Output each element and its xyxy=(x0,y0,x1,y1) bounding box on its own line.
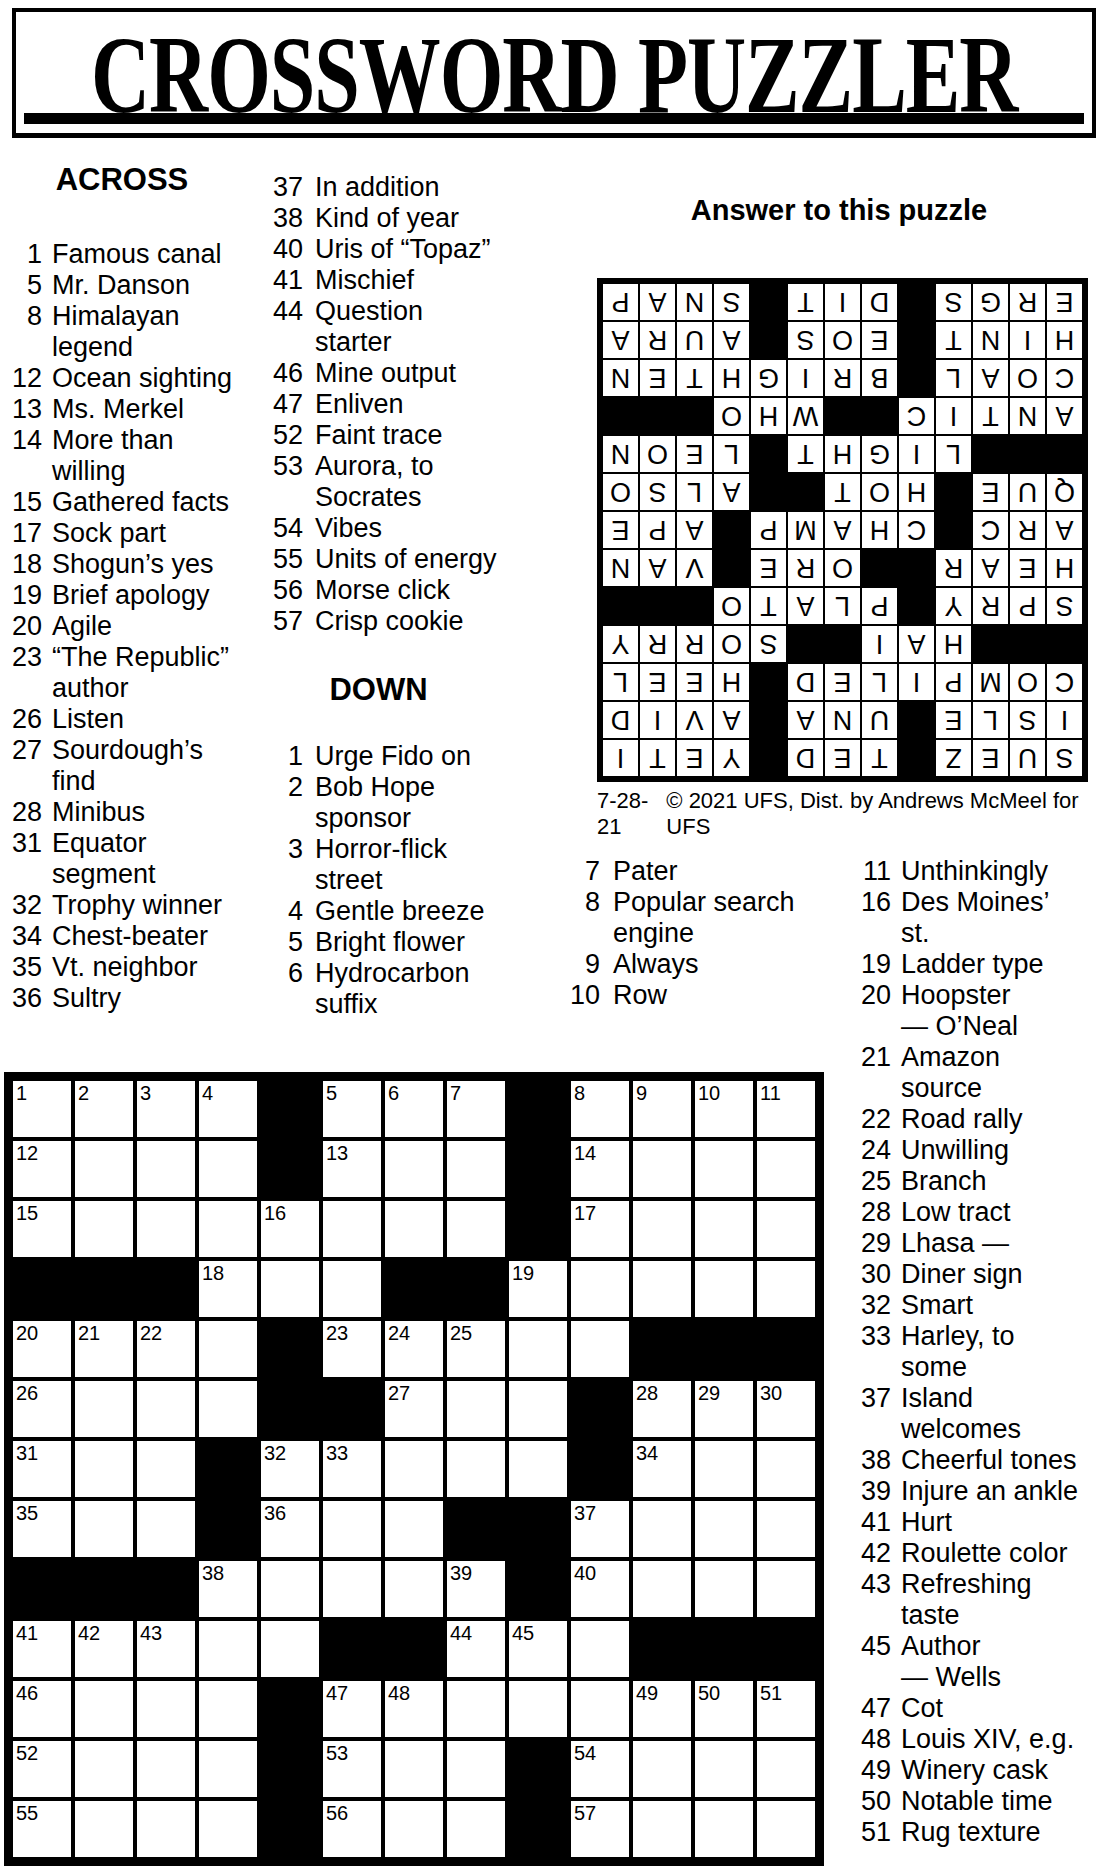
puzzle-cell-r12c11[interactable] xyxy=(631,1739,693,1799)
puzzle-cell-r10c10[interactable] xyxy=(569,1619,631,1679)
puzzle-cell-r13c2[interactable] xyxy=(73,1799,135,1859)
puzzle-cell-r1c11[interactable]: 9 xyxy=(631,1079,693,1139)
puzzle-black-cell-r1c9 xyxy=(507,1079,569,1139)
puzzle-cell-r8c12[interactable] xyxy=(693,1499,755,1559)
puzzle-cell-r4c6[interactable] xyxy=(321,1259,383,1319)
answer-cell-r2c8: A xyxy=(787,701,824,739)
clue-text: Smart xyxy=(901,1290,1103,1321)
puzzle-cell-r11c4[interactable] xyxy=(197,1679,259,1739)
clue-number: 27 xyxy=(2,735,52,766)
answer-cell-r3c13: L xyxy=(602,663,639,701)
cell-number-35: 35 xyxy=(16,1501,38,1525)
puzzle-cell-r7c3[interactable] xyxy=(135,1439,197,1499)
puzzle-cell-r5c2[interactable]: 21 xyxy=(73,1319,135,1379)
clue-item: 20Hoopster — O’Neal xyxy=(845,980,1103,1042)
puzzle-cell-r8c7[interactable] xyxy=(383,1499,445,1559)
puzzle-cell-r9c4[interactable]: 38 xyxy=(197,1559,259,1619)
puzzle-cell-r12c2[interactable] xyxy=(73,1739,135,1799)
clue-number: 20 xyxy=(845,980,901,1011)
answer-cell-r1c6: T xyxy=(861,739,898,777)
puzzle-cell-r2c1[interactable]: 12 xyxy=(11,1139,73,1199)
answer-cell-r10c8: W xyxy=(787,397,824,435)
puzzle-cell-r8c5[interactable]: 36 xyxy=(259,1499,321,1559)
answer-cell-r12c13: A xyxy=(602,321,639,359)
answer-cell-r4c6: I xyxy=(861,625,898,663)
clue-number: 54 xyxy=(247,513,315,544)
cell-number-44: 44 xyxy=(450,1621,472,1645)
puzzle-cell-r3c1[interactable]: 15 xyxy=(11,1199,73,1259)
clue-number: 32 xyxy=(2,890,52,921)
clue-item: 28Minibus xyxy=(2,797,242,828)
answer-cell-r11c10: H xyxy=(713,359,750,397)
puzzle-cell-r10c4[interactable] xyxy=(197,1619,259,1679)
clue-item: 16Des Moines’ st. xyxy=(845,887,1103,949)
puzzle-cell-r8c10[interactable]: 37 xyxy=(569,1499,631,1559)
puzzle-cell-r3c13[interactable] xyxy=(755,1199,817,1259)
puzzle-cell-r4c11[interactable] xyxy=(631,1259,693,1319)
answer-cell-r13c4: S xyxy=(935,283,972,321)
puzzle-cell-r4c5[interactable] xyxy=(259,1259,321,1319)
masthead-banner: CROSSWORD PUZZLER xyxy=(12,8,1096,138)
clue-item: 57Crisp cookie xyxy=(247,606,510,637)
clue-number: 39 xyxy=(845,1476,901,1507)
answer-black-cell-r3c9 xyxy=(750,663,787,701)
answer-cell-r8c12: S xyxy=(639,473,676,511)
answer-cell-r13c2: R xyxy=(1009,283,1046,321)
puzzle-cell-r2c12[interactable] xyxy=(693,1139,755,1199)
puzzle-black-cell-r2c9 xyxy=(507,1139,569,1199)
puzzle-cell-r1c10[interactable]: 8 xyxy=(569,1079,631,1139)
clue-item: 54Vibes xyxy=(247,513,510,544)
clue-text: Des Moines’ st. xyxy=(901,887,1103,949)
clue-item: 14More than willing xyxy=(2,425,242,487)
puzzle-cell-r6c12[interactable]: 29 xyxy=(693,1379,755,1439)
answer-cell-r11c3: A xyxy=(972,359,1009,397)
clue-text: Bob Hope sponsor xyxy=(315,772,510,834)
puzzle-cell-r12c1[interactable]: 52 xyxy=(11,1739,73,1799)
answer-black-cell-r1c5 xyxy=(898,739,935,777)
answer-cell-r3c8: D xyxy=(787,663,824,701)
answer-black-cell-r13c5 xyxy=(898,283,935,321)
puzzle-cell-r9c10[interactable]: 40 xyxy=(569,1559,631,1619)
puzzle-cell-r3c4[interactable] xyxy=(197,1199,259,1259)
clue-item: 12Ocean sighting xyxy=(2,363,242,394)
puzzle-cell-r9c8[interactable]: 39 xyxy=(445,1559,507,1619)
clue-text: “The Republic” author xyxy=(52,642,242,704)
clue-item: 25Branch xyxy=(845,1166,1103,1197)
puzzle-cell-r9c11[interactable] xyxy=(631,1559,693,1619)
answer-cell-r8c7: T xyxy=(824,473,861,511)
puzzle-cell-r4c4[interactable]: 18 xyxy=(197,1259,259,1319)
puzzle-cell-r2c3[interactable] xyxy=(135,1139,197,1199)
puzzle-cell-r13c10[interactable]: 57 xyxy=(569,1799,631,1859)
puzzle-cell-r1c6[interactable]: 5 xyxy=(321,1079,383,1139)
answer-cell-r1c7: E xyxy=(824,739,861,777)
puzzle-cell-r11c8[interactable] xyxy=(445,1679,507,1739)
cell-number-24: 24 xyxy=(388,1321,410,1345)
cell-number-40: 40 xyxy=(574,1561,596,1585)
puzzle-black-cell-r5c12 xyxy=(693,1319,755,1379)
puzzle-cell-r6c8[interactable] xyxy=(445,1379,507,1439)
puzzle-black-cell-r9c9 xyxy=(507,1559,569,1619)
answer-cell-r9c8: T xyxy=(787,435,824,473)
puzzle-cell-r6c3[interactable] xyxy=(135,1379,197,1439)
clue-text: Vibes xyxy=(315,513,510,544)
puzzle-black-cell-r5c5 xyxy=(259,1319,321,1379)
answer-cell-r7c5: C xyxy=(898,511,935,549)
puzzle-cell-r11c12[interactable]: 50 xyxy=(693,1679,755,1739)
answer-cell-r1c12: T xyxy=(639,739,676,777)
puzzle-cell-r11c3[interactable] xyxy=(135,1679,197,1739)
clue-number: 35 xyxy=(2,952,52,983)
puzzle-cell-r12c12[interactable] xyxy=(693,1739,755,1799)
puzzle-cell-r2c11[interactable] xyxy=(631,1139,693,1199)
cell-number-4: 4 xyxy=(202,1081,213,1105)
puzzle-cell-r2c10[interactable]: 14 xyxy=(569,1139,631,1199)
puzzle-cell-r2c8[interactable] xyxy=(445,1139,507,1199)
puzzle-cell-r6c2[interactable] xyxy=(73,1379,135,1439)
puzzle-cell-r10c3[interactable]: 43 xyxy=(135,1619,197,1679)
clue-number: 30 xyxy=(845,1259,901,1290)
clue-number: 44 xyxy=(247,296,315,327)
clue-text: Mine output xyxy=(315,358,510,389)
puzzle-cell-r11c10[interactable] xyxy=(569,1679,631,1739)
puzzle-cell-r7c5[interactable]: 32 xyxy=(259,1439,321,1499)
clue-number: 50 xyxy=(845,1786,901,1817)
puzzle-cell-r6c1[interactable]: 26 xyxy=(11,1379,73,1439)
clue-item: 35Vt. neighbor xyxy=(2,952,242,983)
cell-number-26: 26 xyxy=(16,1381,38,1405)
cell-number-50: 50 xyxy=(698,1681,720,1705)
answer-cell-r6c4: R xyxy=(935,549,972,587)
answer-cell-r8c2: U xyxy=(1009,473,1046,511)
puzzle-cell-r9c12[interactable] xyxy=(693,1559,755,1619)
puzzle-cell-r5c1[interactable]: 20 xyxy=(11,1319,73,1379)
cell-number-41: 41 xyxy=(16,1621,38,1645)
clue-number: 40 xyxy=(247,234,315,265)
cell-number-12: 12 xyxy=(16,1141,38,1165)
clue-number: 9 xyxy=(548,949,613,980)
puzzle-cell-r8c13[interactable] xyxy=(755,1499,817,1559)
puzzle-cell-r10c8[interactable]: 44 xyxy=(445,1619,507,1679)
puzzle-cell-r3c6[interactable] xyxy=(321,1199,383,1259)
answer-cell-r9c6: G xyxy=(861,435,898,473)
puzzle-cell-r7c13[interactable] xyxy=(755,1439,817,1499)
puzzle-cell-r5c4[interactable] xyxy=(197,1319,259,1379)
clue-item: 28Low tract xyxy=(845,1197,1103,1228)
puzzle-cell-r4c12[interactable] xyxy=(693,1259,755,1319)
puzzle-cell-r11c13[interactable]: 51 xyxy=(755,1679,817,1739)
clue-number: 17 xyxy=(2,518,52,549)
puzzle-cell-r3c10[interactable]: 17 xyxy=(569,1199,631,1259)
puzzle-cell-r7c2[interactable] xyxy=(73,1439,135,1499)
puzzle-cell-r8c6[interactable] xyxy=(321,1499,383,1559)
clue-number: 5 xyxy=(2,270,52,301)
puzzle-cell-r9c13[interactable] xyxy=(755,1559,817,1619)
puzzle-cell-r5c9[interactable] xyxy=(507,1319,569,1379)
clue-text: Ocean sighting xyxy=(52,363,242,394)
puzzle-cell-r5c3[interactable]: 22 xyxy=(135,1319,197,1379)
puzzle-cell-r1c3[interactable]: 3 xyxy=(135,1079,197,1139)
puzzle-cell-r7c7[interactable] xyxy=(383,1439,445,1499)
answer-black-cell-r10c12 xyxy=(639,397,676,435)
puzzle-black-cell-r8c4 xyxy=(197,1499,259,1559)
clue-number: 32 xyxy=(845,1290,901,1321)
puzzle-cell-r7c12[interactable] xyxy=(693,1439,755,1499)
answer-cell-r10c10: O xyxy=(713,397,750,435)
clue-number: 41 xyxy=(845,1507,901,1538)
clue-item: 10Row xyxy=(548,980,838,1011)
puzzle-cell-r3c3[interactable] xyxy=(135,1199,197,1259)
puzzle-black-cell-r10c6 xyxy=(321,1619,383,1679)
puzzle-cell-r5c7[interactable]: 24 xyxy=(383,1319,445,1379)
answer-black-cell-r5c11 xyxy=(676,587,713,625)
answer-black-cell-r4c3 xyxy=(972,625,1009,663)
clue-item: 23“The Republic” author xyxy=(2,642,242,704)
puzzle-cell-r6c4[interactable] xyxy=(197,1379,259,1439)
clue-number: 28 xyxy=(2,797,52,828)
puzzle-cell-r1c1[interactable]: 1 xyxy=(11,1079,73,1139)
puzzle-cell-r2c2[interactable] xyxy=(73,1139,135,1199)
answer-cell-r8c5: H xyxy=(898,473,935,511)
clue-number: 23 xyxy=(2,642,52,673)
clue-item: 52Faint trace xyxy=(247,420,510,451)
clue-text: Shogun’s yes xyxy=(52,549,242,580)
answer-black-cell-r9c1 xyxy=(1046,435,1083,473)
puzzle-cell-r12c3[interactable] xyxy=(135,1739,197,1799)
puzzle-cell-r4c13[interactable] xyxy=(755,1259,817,1319)
clue-item: 31Equator segment xyxy=(2,828,242,890)
answer-black-cell-r1c9 xyxy=(750,739,787,777)
clue-text: Sultry xyxy=(52,983,242,1014)
answer-cell-r4c5: A xyxy=(898,625,935,663)
answer-cell-r3c1: C xyxy=(1046,663,1083,701)
puzzle-cell-r13c7[interactable] xyxy=(383,1799,445,1859)
puzzle-cell-r13c6[interactable]: 56 xyxy=(321,1799,383,1859)
clue-text: Himalayan legend xyxy=(52,301,242,363)
answer-cell-r13c7: I xyxy=(824,283,861,321)
answer-cell-r6c11: V xyxy=(676,549,713,587)
puzzle-cell-r3c11[interactable] xyxy=(631,1199,693,1259)
cell-number-47: 47 xyxy=(326,1681,348,1705)
puzzle-cell-r9c7[interactable] xyxy=(383,1559,445,1619)
cell-number-49: 49 xyxy=(636,1681,658,1705)
puzzle-cell-r7c8[interactable] xyxy=(445,1439,507,1499)
puzzle-cell-r1c12[interactable]: 10 xyxy=(693,1079,755,1139)
puzzle-cell-r10c5[interactable] xyxy=(259,1619,321,1679)
answer-cell-r10c4: I xyxy=(935,397,972,435)
clue-text: Sourdough’s find xyxy=(52,735,242,797)
puzzle-black-cell-r10c12 xyxy=(693,1619,755,1679)
clue-text: Uris of “Topaz” xyxy=(315,234,510,265)
answer-cell-r9c11: E xyxy=(676,435,713,473)
puzzle-cell-r3c2[interactable] xyxy=(73,1199,135,1259)
cell-number-31: 31 xyxy=(16,1441,38,1465)
puzzle-cell-r9c5[interactable] xyxy=(259,1559,321,1619)
puzzle-cell-r11c2[interactable] xyxy=(73,1679,135,1739)
puzzle-cell-r2c7[interactable] xyxy=(383,1139,445,1199)
cell-number-32: 32 xyxy=(264,1441,286,1465)
clue-number: 36 xyxy=(2,983,52,1014)
answer-cell-r8c11: L xyxy=(676,473,713,511)
puzzle-cell-r6c9[interactable] xyxy=(507,1379,569,1439)
clue-item: 13Ms. Merkel xyxy=(2,394,242,425)
answer-cell-r6c2: E xyxy=(1009,549,1046,587)
puzzle-cell-r12c4[interactable] xyxy=(197,1739,259,1799)
cell-number-9: 9 xyxy=(636,1081,647,1105)
puzzle-cell-r11c7[interactable]: 48 xyxy=(383,1679,445,1739)
cell-number-38: 38 xyxy=(202,1561,224,1585)
puzzle-cell-r6c7[interactable]: 27 xyxy=(383,1379,445,1439)
answer-cell-r1c13: I xyxy=(602,739,639,777)
answer-cell-r13c11: N xyxy=(676,283,713,321)
answer-cell-r5c10: O xyxy=(713,587,750,625)
cell-number-55: 55 xyxy=(16,1801,38,1825)
answer-black-cell-r8c8 xyxy=(787,473,824,511)
puzzle-cell-r1c2[interactable]: 2 xyxy=(73,1079,135,1139)
puzzle-cell-r12c7[interactable] xyxy=(383,1739,445,1799)
cell-number-46: 46 xyxy=(16,1681,38,1705)
answer-cell-r1c10: Y xyxy=(713,739,750,777)
clue-item: 18Shogun’s yes xyxy=(2,549,242,580)
answer-cell-r8c3: E xyxy=(972,473,1009,511)
answer-black-cell-r8c9 xyxy=(750,473,787,511)
credit-line: 7-28-21 © 2021 UFS, Dist. by Andrews McM… xyxy=(597,788,1089,840)
puzzle-cell-r7c11[interactable]: 34 xyxy=(631,1439,693,1499)
puzzle-cell-r10c9[interactable]: 45 xyxy=(507,1619,569,1679)
clue-text: Question starter xyxy=(315,296,510,358)
puzzle-cell-r3c8[interactable] xyxy=(445,1199,507,1259)
clue-item: 53Aurora, to Socrates xyxy=(247,451,510,513)
answer-cell-r10c9: H xyxy=(750,397,787,435)
puzzle-cell-r2c6[interactable]: 13 xyxy=(321,1139,383,1199)
clue-number: 49 xyxy=(845,1755,901,1786)
clue-text: Amazon source xyxy=(901,1042,1103,1104)
puzzle-cell-r12c13[interactable] xyxy=(755,1739,817,1799)
puzzle-cell-r5c10[interactable] xyxy=(569,1319,631,1379)
clue-number: 2 xyxy=(247,772,315,803)
puzzle-cell-r3c7[interactable] xyxy=(383,1199,445,1259)
answer-cell-r2c13: D xyxy=(602,701,639,739)
clue-number: 29 xyxy=(845,1228,901,1259)
puzzle-cell-r7c9[interactable] xyxy=(507,1439,569,1499)
puzzle-cell-r6c11[interactable]: 28 xyxy=(631,1379,693,1439)
puzzle-cell-r5c8[interactable]: 25 xyxy=(445,1319,507,1379)
puzzle-cell-r9c6[interactable] xyxy=(321,1559,383,1619)
puzzle-cell-r2c4[interactable] xyxy=(197,1139,259,1199)
clue-text: Mischief xyxy=(315,265,510,296)
puzzle-cell-r8c1[interactable]: 35 xyxy=(11,1499,73,1559)
puzzle-black-cell-r4c8 xyxy=(445,1259,507,1319)
puzzle-cell-r1c4[interactable]: 4 xyxy=(197,1079,259,1139)
puzzle-cell-r8c3[interactable] xyxy=(135,1499,197,1559)
clue-item: 44Question starter xyxy=(247,296,510,358)
puzzle-black-cell-r13c5 xyxy=(259,1799,321,1859)
answer-black-cell-r5c13 xyxy=(602,587,639,625)
clue-text: Gentle breeze xyxy=(315,896,510,927)
puzzle-cell-r1c8[interactable]: 7 xyxy=(445,1079,507,1139)
puzzle-black-cell-r10c7 xyxy=(383,1619,445,1679)
clue-text: Cheerful tones xyxy=(901,1445,1103,1476)
puzzle-cell-r7c1[interactable]: 31 xyxy=(11,1439,73,1499)
across-clue-list-1: 1Famous canal5Mr. Danson8Himalayan legen… xyxy=(2,239,242,1014)
down-clue-list-1: 1Urge Fido on2Bob Hope sponsor3Horror-fl… xyxy=(247,741,510,1020)
clue-text: Popular search engine xyxy=(613,887,838,949)
cell-number-39: 39 xyxy=(450,1561,472,1585)
answer-cell-r2c2: S xyxy=(1009,701,1046,739)
puzzle-cell-r12c6[interactable]: 53 xyxy=(321,1739,383,1799)
masthead-rule xyxy=(24,113,1084,124)
puzzle-cell-r13c3[interactable] xyxy=(135,1799,197,1859)
puzzle-cell-r1c13[interactable]: 11 xyxy=(755,1079,817,1139)
clue-number: 7 xyxy=(548,856,613,887)
answer-black-cell-r5c5 xyxy=(898,587,935,625)
puzzle-cell-r13c11[interactable] xyxy=(631,1799,693,1859)
clue-number: 28 xyxy=(845,1197,901,1228)
clue-number: 10 xyxy=(548,980,613,1011)
puzzle-cell-r10c2[interactable]: 42 xyxy=(73,1619,135,1679)
answer-cell-r6c12: A xyxy=(639,549,676,587)
puzzle-cell-r11c1[interactable]: 46 xyxy=(11,1679,73,1739)
puzzle-cell-r11c6[interactable]: 47 xyxy=(321,1679,383,1739)
clue-item: 37Island welcomes xyxy=(845,1383,1103,1445)
answer-cell-r5c2: P xyxy=(1009,587,1046,625)
puzzle-cell-r2c13[interactable] xyxy=(755,1139,817,1199)
cell-number-42: 42 xyxy=(78,1621,100,1645)
clue-number: 11 xyxy=(845,856,901,887)
puzzle-cell-r8c11[interactable] xyxy=(631,1499,693,1559)
clue-item: 39Injure an ankle xyxy=(845,1476,1103,1507)
answer-cell-r10c1: A xyxy=(1046,397,1083,435)
puzzle-cell-r3c12[interactable] xyxy=(693,1199,755,1259)
puzzle-cell-r12c10[interactable]: 54 xyxy=(569,1739,631,1799)
answer-cell-r7c7: A xyxy=(824,511,861,549)
clue-number: 41 xyxy=(247,265,315,296)
puzzle-cell-r6c13[interactable]: 30 xyxy=(755,1379,817,1439)
puzzle-cell-r7c6[interactable]: 33 xyxy=(321,1439,383,1499)
puzzle-cell-r11c9[interactable] xyxy=(507,1679,569,1739)
clue-number: 22 xyxy=(845,1104,901,1135)
puzzle-cell-r13c4[interactable] xyxy=(197,1799,259,1859)
puzzle-cell-r3c5[interactable]: 16 xyxy=(259,1199,321,1259)
clue-text: Ms. Merkel xyxy=(52,394,242,425)
puzzle-cell-r8c2[interactable] xyxy=(73,1499,135,1559)
answer-black-cell-r4c7 xyxy=(824,625,861,663)
puzzle-cell-r13c8[interactable] xyxy=(445,1799,507,1859)
puzzle-cell-r12c8[interactable] xyxy=(445,1739,507,1799)
puzzle-cell-r5c6[interactable]: 23 xyxy=(321,1319,383,1379)
puzzle-cell-r13c12[interactable] xyxy=(693,1799,755,1859)
puzzle-cell-r13c1[interactable]: 55 xyxy=(11,1799,73,1859)
puzzle-cell-r11c11[interactable]: 49 xyxy=(631,1679,693,1739)
puzzle-cell-r4c10[interactable] xyxy=(569,1259,631,1319)
clue-item: 49Winery cask xyxy=(845,1755,1103,1786)
puzzle-cell-r10c1[interactable]: 41 xyxy=(11,1619,73,1679)
cell-number-54: 54 xyxy=(574,1741,596,1765)
puzzle-cell-r4c9[interactable]: 19 xyxy=(507,1259,569,1319)
answer-cell-r3c12: E xyxy=(639,663,676,701)
cell-number-2: 2 xyxy=(78,1081,89,1105)
answer-cell-r12c10: A xyxy=(713,321,750,359)
answer-black-cell-r10c6 xyxy=(861,397,898,435)
cell-number-15: 15 xyxy=(16,1201,38,1225)
puzzle-cell-r1c7[interactable]: 6 xyxy=(383,1079,445,1139)
answer-black-cell-r9c3 xyxy=(972,435,1009,473)
cell-number-30: 30 xyxy=(760,1381,782,1405)
puzzle-cell-r13c13[interactable] xyxy=(755,1799,817,1859)
answer-cell-r8c1: Q xyxy=(1046,473,1083,511)
clue-item: 17Sock part xyxy=(2,518,242,549)
